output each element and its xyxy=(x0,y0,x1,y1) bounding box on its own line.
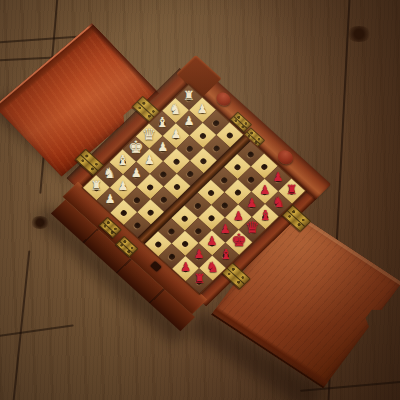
peg-hole xyxy=(207,188,215,196)
peg-hole xyxy=(246,150,254,158)
peg-hole xyxy=(181,239,189,247)
peg-hole xyxy=(154,240,162,248)
wood-knot xyxy=(346,26,372,42)
peg-hole xyxy=(160,195,168,203)
peg-hole xyxy=(260,162,268,170)
travel-chess-set-photo: ♜♞♝♛♚♝♞♜♟♟♟♟♟♟♟♟ ♟♟♟♟♟♟♟♟♜♞♝♛♚♝♞♜ xyxy=(0,0,400,400)
peg-hole xyxy=(220,176,228,184)
peg-hole xyxy=(173,182,181,190)
plank-seam xyxy=(12,250,31,400)
peg-hole xyxy=(159,170,167,178)
peg-hole xyxy=(186,169,194,177)
peg-hole xyxy=(167,227,175,235)
peg-hole xyxy=(199,131,207,139)
peg-hole xyxy=(212,144,220,152)
peg-hole xyxy=(194,226,202,234)
peg-hole xyxy=(119,208,127,216)
peg-hole xyxy=(172,157,180,165)
peg-hole xyxy=(146,208,154,216)
peg-hole xyxy=(212,119,220,127)
wood-crack xyxy=(0,324,74,337)
peg-hole xyxy=(226,131,234,139)
peg-hole xyxy=(247,175,255,183)
piece-white-pawn[interactable]: ♟ xyxy=(101,189,120,208)
peg-hole xyxy=(146,183,154,191)
peg-hole xyxy=(233,163,241,171)
peg-hole xyxy=(199,157,207,165)
peg-hole xyxy=(168,252,176,260)
peg-hole xyxy=(207,214,215,222)
piece-red-rook[interactable]: ♜ xyxy=(190,269,209,288)
peg-hole xyxy=(133,221,141,229)
peg-hole xyxy=(194,201,202,209)
peg-hole xyxy=(133,196,141,204)
peg-hole xyxy=(220,201,228,209)
peg-hole xyxy=(185,144,193,152)
peg-hole xyxy=(234,188,242,196)
peg-hole xyxy=(180,214,188,222)
